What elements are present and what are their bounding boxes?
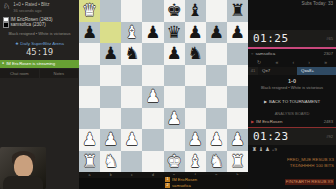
top-player-row[interactable]: ○ samsofica 2307 xyxy=(248,50,336,57)
square-c5[interactable] xyxy=(121,65,142,87)
first-move-icon[interactable]: « xyxy=(275,59,278,65)
square-h7[interactable]: ♟ xyxy=(227,22,248,44)
square-a7[interactable]: ♟ xyxy=(79,22,100,44)
result-score: 1-0 xyxy=(248,78,336,84)
square-b6[interactable]: ♟ xyxy=(100,43,121,65)
square-f8[interactable]: ♝ xyxy=(185,0,206,22)
square-a5[interactable] xyxy=(79,65,100,87)
piece-black-pawn: ♟ xyxy=(185,22,206,44)
square-a1[interactable]: ♜ xyxy=(79,151,100,173)
black-clock-tag: #65 xyxy=(326,36,333,41)
webcam-video[interactable] xyxy=(0,147,46,189)
streaming-banner-label: IM EricRosen is streaming xyxy=(6,61,55,66)
file-label-c: c xyxy=(121,172,142,178)
back-to-tournament-label: BACK TO TOURNAMENT xyxy=(269,99,320,104)
move-list-row: 41 Qe7 Qxa8+ xyxy=(248,67,336,75)
square-b8[interactable] xyxy=(100,0,121,22)
square-b2[interactable]: ♟ xyxy=(100,129,121,151)
subs-today-counter: Subs Today: 33 xyxy=(301,1,333,6)
piece-white-rook: ♜ xyxy=(79,151,100,173)
square-h2[interactable]: ♟ xyxy=(227,129,248,151)
streaming-banner[interactable]: ● IM EricRosen is streaming xyxy=(0,60,79,68)
piece-black-king: ♚ xyxy=(164,0,185,22)
black-clock-bar xyxy=(248,47,336,49)
piece-white-knight: ♞ xyxy=(100,151,121,173)
square-h3[interactable] xyxy=(227,108,248,130)
piece-black-rook: ♜ xyxy=(227,0,248,22)
rank-badge: 1 xyxy=(165,177,170,182)
twitch-alerts: FRED_MUE RESUB X3 TKDNHHHH 100 BITS FIN7… xyxy=(248,157,334,187)
prev-move-icon[interactable]: ‹ xyxy=(292,59,294,65)
tournament-standings: 1 IM EricRosen 5 2 samsofica 4 xyxy=(163,175,260,189)
rank-badge: 2 xyxy=(165,183,170,188)
white-clock: 01:23 #92 xyxy=(248,128,336,145)
alert-line-highlighted: FIN7EARTH RESUB X9 xyxy=(285,179,334,185)
piece-white-pawn: ♟ xyxy=(164,108,185,130)
stream-frame: ♘ 1+0 • Rated • Blitz 36 seconds ago IM … xyxy=(0,0,336,189)
square-g1[interactable]: ♞ xyxy=(206,151,227,173)
square-d1[interactable] xyxy=(142,151,163,173)
lichess-logo-icon: ♘ xyxy=(3,2,10,13)
white-clock-time: 01:23 xyxy=(248,128,336,145)
streamer-icon: ▶ xyxy=(251,119,254,124)
bottom-player-row[interactable]: ▶ IM EricRosen 2483 xyxy=(248,118,336,125)
piece-black-knight: ♞ xyxy=(121,43,142,65)
square-b4[interactable] xyxy=(100,86,121,108)
bottom-player-name: IM EricRosen xyxy=(256,119,322,124)
game-side-panel: Subs Today: 33 01:25 #65 ○ samsofica 230… xyxy=(248,0,336,189)
square-d8[interactable] xyxy=(142,0,163,22)
square-b5[interactable] xyxy=(100,65,121,87)
white-color-icon xyxy=(3,17,9,23)
standings-row[interactable]: 1 IM EricRosen 5 xyxy=(165,176,258,182)
piece-white-queen: ♛ xyxy=(79,0,100,22)
arena-link[interactable]: ★ Daily SuperBlitz Arena xyxy=(0,41,79,46)
square-f4[interactable] xyxy=(185,86,206,108)
square-g2[interactable]: ♟ xyxy=(206,129,227,151)
chat-tabs: Chat room Notes xyxy=(0,69,79,78)
square-h6[interactable] xyxy=(227,43,248,65)
piece-white-pawn: ♟ xyxy=(185,129,206,151)
game-result-text: Black resigned • White is victorious xyxy=(0,32,79,37)
square-a4[interactable] xyxy=(79,86,100,108)
piece-black-queen: ♛ xyxy=(164,22,185,44)
square-a3[interactable] xyxy=(79,108,100,130)
square-f2[interactable]: ♟ xyxy=(185,129,206,151)
piece-white-rook: ♜ xyxy=(227,151,248,173)
piece-black-bishop: ♝ xyxy=(185,0,206,22)
file-label-a: a xyxy=(79,172,100,178)
black-clock-time: 01:25 xyxy=(248,30,336,47)
piece-black-pawn: ♟ xyxy=(79,22,100,44)
captured-pieces: ♜ ♝ ♟ xyxy=(252,146,270,152)
square-g6[interactable] xyxy=(206,43,227,65)
move-cell-current[interactable]: Qxa8+ xyxy=(297,67,336,75)
result-caption: Black resigned • White is victorious xyxy=(248,86,336,91)
piece-black-pawn: ♟ xyxy=(164,43,185,65)
tab-chat-room[interactable]: Chat room xyxy=(0,69,40,78)
piece-black-pawn: ♟ xyxy=(100,43,121,65)
square-c2[interactable]: ♟ xyxy=(121,129,142,151)
piece-white-pawn: ♟ xyxy=(227,129,248,151)
captured-pieces-row: ♜ ♝ ♟ +9 xyxy=(252,146,277,152)
live-dot-icon: ● xyxy=(2,61,4,66)
black-clock: 01:25 #65 xyxy=(248,30,336,47)
arena-countdown: 45:19 xyxy=(0,47,79,57)
square-e1[interactable]: ♚ xyxy=(164,151,185,173)
square-e4[interactable] xyxy=(164,86,185,108)
square-e5[interactable] xyxy=(164,65,185,87)
square-e6[interactable]: ♟ xyxy=(164,43,185,65)
square-e8[interactable]: ♚ xyxy=(164,0,185,22)
piece-black-pawn: ♟ xyxy=(206,22,227,44)
file-label-b: b xyxy=(100,172,121,178)
piece-white-pawn: ♟ xyxy=(206,129,227,151)
piece-white-pawn: ♟ xyxy=(79,129,100,151)
next-move-icon[interactable]: › xyxy=(308,59,310,65)
piece-black-pawn: ♟ xyxy=(142,22,163,44)
square-f7[interactable]: ♟ xyxy=(185,22,206,44)
piece-white-king: ♚ xyxy=(164,151,185,173)
square-g3[interactable] xyxy=(206,108,227,130)
white-clock-tag: #92 xyxy=(326,134,333,139)
standings-player-name: IM EricRosen xyxy=(172,177,254,182)
square-e7[interactable]: ♛ xyxy=(164,22,185,44)
square-b3[interactable] xyxy=(100,108,121,130)
standings-player-name: samsofica xyxy=(172,183,254,188)
back-to-tournament-button[interactable]: ▶ BACK TO TOURNAMENT xyxy=(256,97,328,106)
piece-white-pawn: ♟ xyxy=(100,129,121,151)
arena-link-label: Daily SuperBlitz Arena xyxy=(20,41,64,46)
user-icon: ○ xyxy=(251,51,253,56)
bottom-player-rating: 2483 xyxy=(324,119,333,124)
square-a8[interactable]: ♛ xyxy=(79,0,100,22)
flip-board-icon[interactable]: ↻ xyxy=(257,59,261,65)
square-c4[interactable] xyxy=(121,86,142,108)
square-c7[interactable]: ♝ xyxy=(121,22,142,44)
square-g4[interactable] xyxy=(206,86,227,108)
game-meta: ♘ 1+0 • Rated • Blitz 36 seconds ago xyxy=(0,0,79,15)
piece-white-pawn: ♟ xyxy=(121,129,142,151)
piece-white-knight: ♞ xyxy=(206,151,227,173)
square-g5[interactable] xyxy=(206,65,227,87)
square-h8[interactable]: ♜ xyxy=(227,0,248,22)
analysis-board-label[interactable]: ANALYSIS BOARD xyxy=(248,111,336,116)
square-e3[interactable]: ♟ xyxy=(164,108,185,130)
square-c1[interactable] xyxy=(121,151,142,173)
square-a6[interactable] xyxy=(79,43,100,65)
piece-white-bishop: ♝ xyxy=(121,22,142,44)
square-d5[interactable] xyxy=(142,65,163,87)
square-d4[interactable]: ♟ xyxy=(142,86,163,108)
square-g8[interactable] xyxy=(206,0,227,22)
play-triangle-icon: ▶ xyxy=(264,99,267,104)
top-player-name: samsofica xyxy=(255,51,321,56)
black-player-label: samsofica (2307) xyxy=(11,22,46,28)
material-advantage: +9 xyxy=(272,147,277,152)
square-b1[interactable]: ♞ xyxy=(100,151,121,173)
player-list: IM EricRosen (2483) samsofica (2307) xyxy=(0,15,79,29)
square-f5[interactable] xyxy=(185,65,206,87)
black-color-icon xyxy=(3,22,9,28)
piece-white-bishop: ♝ xyxy=(185,151,206,173)
square-d2[interactable] xyxy=(142,129,163,151)
move-number: 41 xyxy=(248,67,258,75)
square-c8[interactable] xyxy=(121,0,142,22)
square-h4[interactable] xyxy=(227,86,248,108)
square-a2[interactable]: ♟ xyxy=(79,129,100,151)
square-b7[interactable] xyxy=(100,22,121,44)
square-h5[interactable] xyxy=(227,65,248,87)
trophy-icon: ★ xyxy=(15,41,19,46)
square-f3[interactable] xyxy=(185,108,206,130)
standings-row[interactable]: 2 samsofica 4 xyxy=(165,182,258,188)
square-g7[interactable]: ♟ xyxy=(206,22,227,44)
square-d3[interactable] xyxy=(142,108,163,130)
square-d6[interactable] xyxy=(142,43,163,65)
chess-board[interactable]: ♛♚♝♜♟♝♟♛♟♟♟♟♞♟♞♟♟♟♟♟♟♟♟♜♞♚♝♞♜ xyxy=(79,0,248,172)
square-f1[interactable]: ♝ xyxy=(185,151,206,173)
piece-black-pawn: ♟ xyxy=(227,22,248,44)
move-cell-previous[interactable]: Qe7 xyxy=(258,67,297,75)
square-d7[interactable]: ♟ xyxy=(142,22,163,44)
file-label-d: d xyxy=(142,172,163,178)
square-f6[interactable]: ♞ xyxy=(185,43,206,65)
move-controls: ↻ « ‹ › » xyxy=(248,59,336,65)
square-c3[interactable] xyxy=(121,108,142,130)
black-player-row[interactable]: samsofica (2307) xyxy=(3,22,76,28)
tab-notes[interactable]: Notes xyxy=(40,69,80,78)
top-player-rating: 2307 xyxy=(324,51,333,56)
last-move-icon[interactable]: » xyxy=(324,59,327,65)
square-e2[interactable] xyxy=(164,129,185,151)
square-c6[interactable]: ♞ xyxy=(121,43,142,65)
square-h1[interactable]: ♜ xyxy=(227,151,248,173)
game-age-label: 36 seconds ago xyxy=(13,8,49,13)
piece-white-pawn: ♟ xyxy=(142,86,163,108)
piece-black-knight: ♞ xyxy=(185,43,206,65)
